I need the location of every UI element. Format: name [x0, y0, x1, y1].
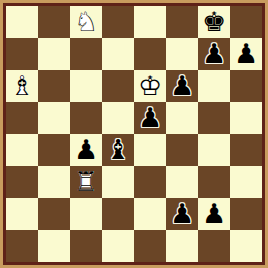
square-d7[interactable] [102, 38, 134, 70]
square-a6[interactable]: ♝♗ [6, 70, 38, 102]
square-e4[interactable] [134, 134, 166, 166]
square-c5[interactable] [70, 102, 102, 134]
square-h5[interactable] [230, 102, 262, 134]
square-h7[interactable]: ♟ [230, 38, 262, 70]
piece-white-knight[interactable]: ♘ [70, 6, 102, 38]
square-f4[interactable] [166, 134, 198, 166]
square-b4[interactable] [38, 134, 70, 166]
square-f6[interactable]: ♟ [166, 70, 198, 102]
square-g7[interactable]: ♟ [198, 38, 230, 70]
square-g8[interactable]: ♚ [198, 6, 230, 38]
piece-black-pawn[interactable]: ♟ [198, 198, 230, 230]
square-h4[interactable] [230, 134, 262, 166]
square-g2[interactable]: ♟ [198, 198, 230, 230]
piece-black-pawn[interactable]: ♟ [134, 102, 166, 134]
square-h1[interactable] [230, 230, 262, 262]
square-d4[interactable]: ♝ [102, 134, 134, 166]
square-d5[interactable] [102, 102, 134, 134]
square-b6[interactable] [38, 70, 70, 102]
square-g1[interactable] [198, 230, 230, 262]
square-h8[interactable] [230, 6, 262, 38]
square-a5[interactable] [6, 102, 38, 134]
square-c3[interactable]: ♜♖ [70, 166, 102, 198]
square-d1[interactable] [102, 230, 134, 262]
square-a1[interactable] [6, 230, 38, 262]
square-b8[interactable] [38, 6, 70, 38]
square-d3[interactable] [102, 166, 134, 198]
square-b1[interactable] [38, 230, 70, 262]
chess-board: ♞♘♚♟♟♝♗♚♔♟♟♟♝♜♖♟♟ [6, 6, 262, 262]
square-c7[interactable] [70, 38, 102, 70]
square-c8[interactable]: ♞♘ [70, 6, 102, 38]
square-a4[interactable] [6, 134, 38, 166]
piece-black-king[interactable]: ♚ [198, 6, 230, 38]
square-g6[interactable] [198, 70, 230, 102]
piece-black-pawn[interactable]: ♟ [166, 198, 198, 230]
square-f3[interactable] [166, 166, 198, 198]
square-e5[interactable]: ♟ [134, 102, 166, 134]
piece-black-pawn[interactable]: ♟ [166, 70, 198, 102]
square-d8[interactable] [102, 6, 134, 38]
square-c2[interactable] [70, 198, 102, 230]
square-f8[interactable] [166, 6, 198, 38]
square-e1[interactable] [134, 230, 166, 262]
square-e2[interactable] [134, 198, 166, 230]
square-a2[interactable] [6, 198, 38, 230]
square-c1[interactable] [70, 230, 102, 262]
square-h6[interactable] [230, 70, 262, 102]
square-g3[interactable] [198, 166, 230, 198]
piece-black-bishop[interactable]: ♝ [102, 134, 134, 166]
square-c6[interactable] [70, 70, 102, 102]
square-b5[interactable] [38, 102, 70, 134]
square-a3[interactable] [6, 166, 38, 198]
square-e3[interactable] [134, 166, 166, 198]
square-a8[interactable] [6, 6, 38, 38]
piece-white-king[interactable]: ♔ [134, 70, 166, 102]
square-b2[interactable] [38, 198, 70, 230]
square-e7[interactable] [134, 38, 166, 70]
square-c4[interactable]: ♟ [70, 134, 102, 166]
square-e8[interactable] [134, 6, 166, 38]
board-frame-line: ♞♘♚♟♟♝♗♚♔♟♟♟♝♜♖♟♟ [3, 3, 265, 265]
square-g4[interactable] [198, 134, 230, 166]
piece-black-pawn[interactable]: ♟ [198, 38, 230, 70]
piece-white-rook[interactable]: ♖ [70, 166, 102, 198]
square-d2[interactable] [102, 198, 134, 230]
square-b7[interactable] [38, 38, 70, 70]
square-d6[interactable] [102, 70, 134, 102]
square-h3[interactable] [230, 166, 262, 198]
square-f2[interactable]: ♟ [166, 198, 198, 230]
square-a7[interactable] [6, 38, 38, 70]
piece-black-pawn[interactable]: ♟ [230, 38, 262, 70]
square-g5[interactable] [198, 102, 230, 134]
board-outer-frame: ♞♘♚♟♟♝♗♚♔♟♟♟♝♜♖♟♟ [0, 0, 268, 268]
square-f1[interactable] [166, 230, 198, 262]
piece-black-pawn[interactable]: ♟ [70, 134, 102, 166]
square-f5[interactable] [166, 102, 198, 134]
square-e6[interactable]: ♚♔ [134, 70, 166, 102]
square-f7[interactable] [166, 38, 198, 70]
square-b3[interactable] [38, 166, 70, 198]
piece-white-bishop[interactable]: ♗ [6, 70, 38, 102]
square-h2[interactable] [230, 198, 262, 230]
